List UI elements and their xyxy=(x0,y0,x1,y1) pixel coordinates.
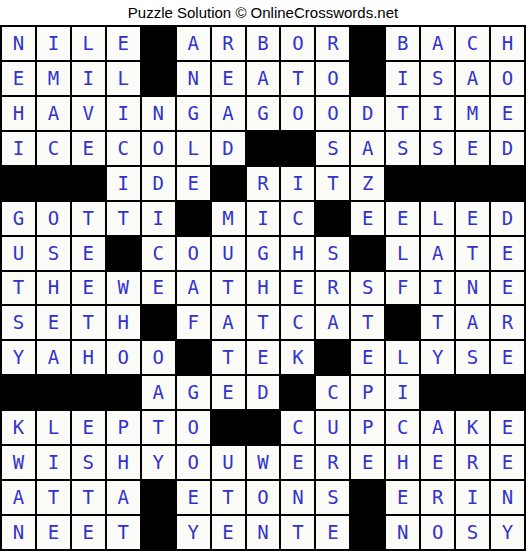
letter-cell-r2c13: S xyxy=(420,61,455,96)
block-cell-r11c1 xyxy=(1,375,36,410)
letter-cell-r15c12: N xyxy=(385,515,420,550)
letter-cell-r10c15: E xyxy=(490,340,525,375)
block-cell-r6c6 xyxy=(176,201,211,236)
letter-cell-r8c3: E xyxy=(71,271,106,306)
letter-cell-r2c8: A xyxy=(246,61,281,96)
letter-cell-r9c14: A xyxy=(455,305,490,340)
letter-cell-r8c9: E xyxy=(280,271,315,306)
letter-cell-r15c9: T xyxy=(280,515,315,550)
letter-cell-r1c4: E xyxy=(106,26,141,61)
letter-cell-r7c5: C xyxy=(141,236,176,271)
block-cell-r11c13 xyxy=(420,375,455,410)
letter-cell-r15c14: S xyxy=(455,515,490,550)
letter-cell-r10c9: K xyxy=(280,340,315,375)
block-cell-r4c8 xyxy=(246,131,281,166)
letter-cell-r11c6: G xyxy=(176,375,211,410)
block-cell-r5c15 xyxy=(490,166,525,201)
letter-cell-r14c6: E xyxy=(176,480,211,515)
letter-cell-r7c7: U xyxy=(211,236,246,271)
letter-cell-r13c6: O xyxy=(176,445,211,480)
block-cell-r12c7 xyxy=(211,410,246,445)
block-cell-r7c4 xyxy=(106,236,141,271)
letter-cell-r2c1: E xyxy=(1,61,36,96)
letter-cell-r11c12: I xyxy=(385,375,420,410)
letter-cell-r2c10: O xyxy=(315,61,350,96)
letter-cell-r4c7: D xyxy=(211,131,246,166)
letter-cell-r4c6: L xyxy=(176,131,211,166)
letter-cell-r1c3: L xyxy=(71,26,106,61)
letter-cell-r14c15: N xyxy=(490,480,525,515)
letter-cell-r13c8: W xyxy=(246,445,281,480)
letter-cell-r9c13: T xyxy=(420,305,455,340)
letter-cell-r12c1: K xyxy=(1,410,36,445)
letter-cell-r2c4: L xyxy=(106,61,141,96)
letter-cell-r6c2: O xyxy=(36,201,71,236)
block-cell-r5c12 xyxy=(385,166,420,201)
letter-cell-r6c3: T xyxy=(71,201,106,236)
letter-cell-r10c5: O xyxy=(141,340,176,375)
letter-cell-r9c11: T xyxy=(350,305,385,340)
letter-cell-r5c9: I xyxy=(280,166,315,201)
letter-cell-r8c4: W xyxy=(106,271,141,306)
letter-cell-r13c12: H xyxy=(385,445,420,480)
letter-cell-r6c15: D xyxy=(490,201,525,236)
letter-cell-r13c14: R xyxy=(455,445,490,480)
letter-cell-r9c6: F xyxy=(176,305,211,340)
letter-cell-r12c4: P xyxy=(106,410,141,445)
letter-cell-r3c10: O xyxy=(315,96,350,131)
letter-cell-r6c11: E xyxy=(350,201,385,236)
letter-cell-r3c6: G xyxy=(176,96,211,131)
letter-cell-r8c15: E xyxy=(490,271,525,306)
crossword-grid: NILEARBORBACHEMILNEATOISAOHAVINGAGOODTIM… xyxy=(0,25,526,551)
letter-cell-r13c15: E xyxy=(490,445,525,480)
letter-cell-r2c15: O xyxy=(490,61,525,96)
letter-cell-r3c13: I xyxy=(420,96,455,131)
block-cell-r5c3 xyxy=(71,166,106,201)
letter-cell-r2c12: I xyxy=(385,61,420,96)
block-cell-r11c14 xyxy=(455,375,490,410)
letter-cell-r1c1: N xyxy=(1,26,36,61)
letter-cell-r7c9: H xyxy=(280,236,315,271)
letter-cell-r5c5: D xyxy=(141,166,176,201)
letter-cell-r2c3: I xyxy=(71,61,106,96)
letter-cell-r2c9: T xyxy=(280,61,315,96)
letter-cell-r14c1: A xyxy=(1,480,36,515)
block-cell-r5c14 xyxy=(455,166,490,201)
letter-cell-r4c10: S xyxy=(315,131,350,166)
block-cell-r12c8 xyxy=(246,410,281,445)
crossword-solution-page: Puzzle Solution © OnlineCrosswords.net N… xyxy=(0,0,526,551)
letter-cell-r6c14: E xyxy=(455,201,490,236)
letter-cell-r12c12: C xyxy=(385,410,420,445)
letter-cell-r13c2: I xyxy=(36,445,71,480)
letter-cell-r8c6: A xyxy=(176,271,211,306)
letter-cell-r5c10: T xyxy=(315,166,350,201)
letter-cell-r5c6: E xyxy=(176,166,211,201)
letter-cell-r3c12: T xyxy=(385,96,420,131)
letter-cell-r6c5: I xyxy=(141,201,176,236)
letter-cell-r15c7: E xyxy=(211,515,246,550)
letter-cell-r3c11: D xyxy=(350,96,385,131)
letter-cell-r4c3: E xyxy=(71,131,106,166)
letter-cell-r8c11: S xyxy=(350,271,385,306)
letter-cell-r14c14: I xyxy=(455,480,490,515)
letter-cell-r2c14: A xyxy=(455,61,490,96)
letter-cell-r9c8: T xyxy=(246,305,281,340)
block-cell-r10c6 xyxy=(176,340,211,375)
letter-cell-r9c10: A xyxy=(315,305,350,340)
letter-cell-r3c3: V xyxy=(71,96,106,131)
letter-cell-r14c8: O xyxy=(246,480,281,515)
letter-cell-r1c15: H xyxy=(490,26,525,61)
letter-cell-r13c13: E xyxy=(420,445,455,480)
letter-cell-r7c8: G xyxy=(246,236,281,271)
letter-cell-r4c1: I xyxy=(1,131,36,166)
letter-cell-r14c2: T xyxy=(36,480,71,515)
letter-cell-r4c15: D xyxy=(490,131,525,166)
block-cell-r2c11 xyxy=(350,61,385,96)
letter-cell-r6c7: M xyxy=(211,201,246,236)
letter-cell-r3c15: E xyxy=(490,96,525,131)
letter-cell-r14c3: T xyxy=(71,480,106,515)
letter-cell-r8c5: E xyxy=(141,271,176,306)
letter-cell-r7c6: O xyxy=(176,236,211,271)
letter-cell-r6c13: L xyxy=(420,201,455,236)
block-cell-r10c10 xyxy=(315,340,350,375)
letter-cell-r13c5: Y xyxy=(141,445,176,480)
letter-cell-r14c9: N xyxy=(280,480,315,515)
block-cell-r6c10 xyxy=(315,201,350,236)
letter-cell-r2c7: E xyxy=(211,61,246,96)
letter-cell-r6c12: E xyxy=(385,201,420,236)
block-cell-r14c11 xyxy=(350,480,385,515)
letter-cell-r1c12: B xyxy=(385,26,420,61)
letter-cell-r14c12: E xyxy=(385,480,420,515)
letter-cell-r2c2: M xyxy=(36,61,71,96)
letter-cell-r8c8: H xyxy=(246,271,281,306)
letter-cell-r8c2: H xyxy=(36,271,71,306)
letter-cell-r13c10: R xyxy=(315,445,350,480)
block-cell-r15c11 xyxy=(350,515,385,550)
letter-cell-r6c4: T xyxy=(106,201,141,236)
letter-cell-r11c8: D xyxy=(246,375,281,410)
letter-cell-r9c3: T xyxy=(71,305,106,340)
letter-cell-r12c6: O xyxy=(176,410,211,445)
letter-cell-r10c2: A xyxy=(36,340,71,375)
letter-cell-r15c4: T xyxy=(106,515,141,550)
letter-cell-r4c14: E xyxy=(455,131,490,166)
block-cell-r9c5 xyxy=(141,305,176,340)
letter-cell-r3c8: G xyxy=(246,96,281,131)
letter-cell-r10c1: Y xyxy=(1,340,36,375)
letter-cell-r14c4: A xyxy=(106,480,141,515)
letter-cell-r10c8: E xyxy=(246,340,281,375)
letter-cell-r7c14: T xyxy=(455,236,490,271)
letter-cell-r9c15: R xyxy=(490,305,525,340)
letter-cell-r3c14: M xyxy=(455,96,490,131)
letter-cell-r12c2: L xyxy=(36,410,71,445)
letter-cell-r3c4: I xyxy=(106,96,141,131)
letter-cell-r7c1: U xyxy=(1,236,36,271)
letter-cell-r14c13: R xyxy=(420,480,455,515)
letter-cell-r9c1: S xyxy=(1,305,36,340)
letter-cell-r12c9: C xyxy=(280,410,315,445)
letter-cell-r8c7: T xyxy=(211,271,246,306)
block-cell-r5c1 xyxy=(1,166,36,201)
letter-cell-r1c2: I xyxy=(36,26,71,61)
block-cell-r5c2 xyxy=(36,166,71,201)
letter-cell-r13c3: S xyxy=(71,445,106,480)
letter-cell-r15c8: N xyxy=(246,515,281,550)
letter-cell-r15c3: E xyxy=(71,515,106,550)
letter-cell-r9c9: C xyxy=(280,305,315,340)
letter-cell-r7c12: L xyxy=(385,236,420,271)
letter-cell-r9c2: E xyxy=(36,305,71,340)
block-cell-r5c13 xyxy=(420,166,455,201)
letter-cell-r11c5: A xyxy=(141,375,176,410)
block-cell-r1c11 xyxy=(350,26,385,61)
letter-cell-r8c12: F xyxy=(385,271,420,306)
letter-cell-r1c6: A xyxy=(176,26,211,61)
block-cell-r7c11 xyxy=(350,236,385,271)
letter-cell-r3c7: A xyxy=(211,96,246,131)
block-cell-r11c9 xyxy=(280,375,315,410)
letter-cell-r12c13: A xyxy=(420,410,455,445)
letter-cell-r12c10: U xyxy=(315,410,350,445)
letter-cell-r1c9: O xyxy=(280,26,315,61)
letter-cell-r1c10: R xyxy=(315,26,350,61)
letter-cell-r12c5: T xyxy=(141,410,176,445)
letter-cell-r8c13: I xyxy=(420,271,455,306)
letter-cell-r11c11: P xyxy=(350,375,385,410)
letter-cell-r14c10: S xyxy=(315,480,350,515)
letter-cell-r5c4: I xyxy=(106,166,141,201)
block-cell-r1c5 xyxy=(141,26,176,61)
letter-cell-r7c2: S xyxy=(36,236,71,271)
block-cell-r5c7 xyxy=(211,166,246,201)
block-cell-r11c3 xyxy=(71,375,106,410)
letter-cell-r10c12: L xyxy=(385,340,420,375)
block-cell-r15c5 xyxy=(141,515,176,550)
letter-cell-r15c15: Y xyxy=(490,515,525,550)
letter-cell-r15c1: N xyxy=(1,515,36,550)
letter-cell-r5c8: R xyxy=(246,166,281,201)
letter-cell-r11c10: C xyxy=(315,375,350,410)
letter-cell-r13c11: E xyxy=(350,445,385,480)
letter-cell-r7c10: S xyxy=(315,236,350,271)
block-cell-r11c2 xyxy=(36,375,71,410)
letter-cell-r7c15: E xyxy=(490,236,525,271)
letter-cell-r4c11: A xyxy=(350,131,385,166)
letter-cell-r14c7: T xyxy=(211,480,246,515)
letter-cell-r6c8: I xyxy=(246,201,281,236)
letter-cell-r4c4: C xyxy=(106,131,141,166)
letter-cell-r15c6: Y xyxy=(176,515,211,550)
letter-cell-r1c14: C xyxy=(455,26,490,61)
letter-cell-r3c5: N xyxy=(141,96,176,131)
letter-cell-r8c10: R xyxy=(315,271,350,306)
letter-cell-r6c1: G xyxy=(1,201,36,236)
letter-cell-r1c8: B xyxy=(246,26,281,61)
block-cell-r11c4 xyxy=(106,375,141,410)
letter-cell-r10c13: Y xyxy=(420,340,455,375)
letter-cell-r3c1: H xyxy=(1,96,36,131)
letter-cell-r10c14: S xyxy=(455,340,490,375)
letter-cell-r4c12: S xyxy=(385,131,420,166)
letter-cell-r15c2: E xyxy=(36,515,71,550)
letter-cell-r9c7: A xyxy=(211,305,246,340)
block-cell-r4c9 xyxy=(280,131,315,166)
letter-cell-r6c9: C xyxy=(280,201,315,236)
block-cell-r11c15 xyxy=(490,375,525,410)
letter-cell-r13c4: H xyxy=(106,445,141,480)
letter-cell-r7c13: A xyxy=(420,236,455,271)
letter-cell-r9c4: H xyxy=(106,305,141,340)
letter-cell-r10c3: H xyxy=(71,340,106,375)
letter-cell-r13c9: E xyxy=(280,445,315,480)
letter-cell-r10c4: O xyxy=(106,340,141,375)
letter-cell-r12c14: K xyxy=(455,410,490,445)
letter-cell-r4c2: C xyxy=(36,131,71,166)
letter-cell-r3c9: O xyxy=(280,96,315,131)
letter-cell-r4c13: S xyxy=(420,131,455,166)
letter-cell-r1c13: A xyxy=(420,26,455,61)
letter-cell-r11c7: E xyxy=(211,375,246,410)
letter-cell-r4c5: O xyxy=(141,131,176,166)
letter-cell-r10c7: T xyxy=(211,340,246,375)
block-cell-r14c5 xyxy=(141,480,176,515)
letter-cell-r3c2: A xyxy=(36,96,71,131)
letter-cell-r5c11: Z xyxy=(350,166,385,201)
letter-cell-r15c13: O xyxy=(420,515,455,550)
block-cell-r2c5 xyxy=(141,61,176,96)
block-cell-r9c12 xyxy=(385,305,420,340)
letter-cell-r7c3: E xyxy=(71,236,106,271)
letter-cell-r2c6: N xyxy=(176,61,211,96)
page-title: Puzzle Solution © OnlineCrosswords.net xyxy=(0,0,526,25)
letter-cell-r8c1: T xyxy=(1,271,36,306)
letter-cell-r8c14: N xyxy=(455,271,490,306)
letter-cell-r13c7: U xyxy=(211,445,246,480)
letter-cell-r13c1: W xyxy=(1,445,36,480)
letter-cell-r12c15: E xyxy=(490,410,525,445)
letter-cell-r1c7: R xyxy=(211,26,246,61)
letter-cell-r15c10: E xyxy=(315,515,350,550)
letter-cell-r10c11: E xyxy=(350,340,385,375)
letter-cell-r12c11: P xyxy=(350,410,385,445)
letter-cell-r12c3: E xyxy=(71,410,106,445)
